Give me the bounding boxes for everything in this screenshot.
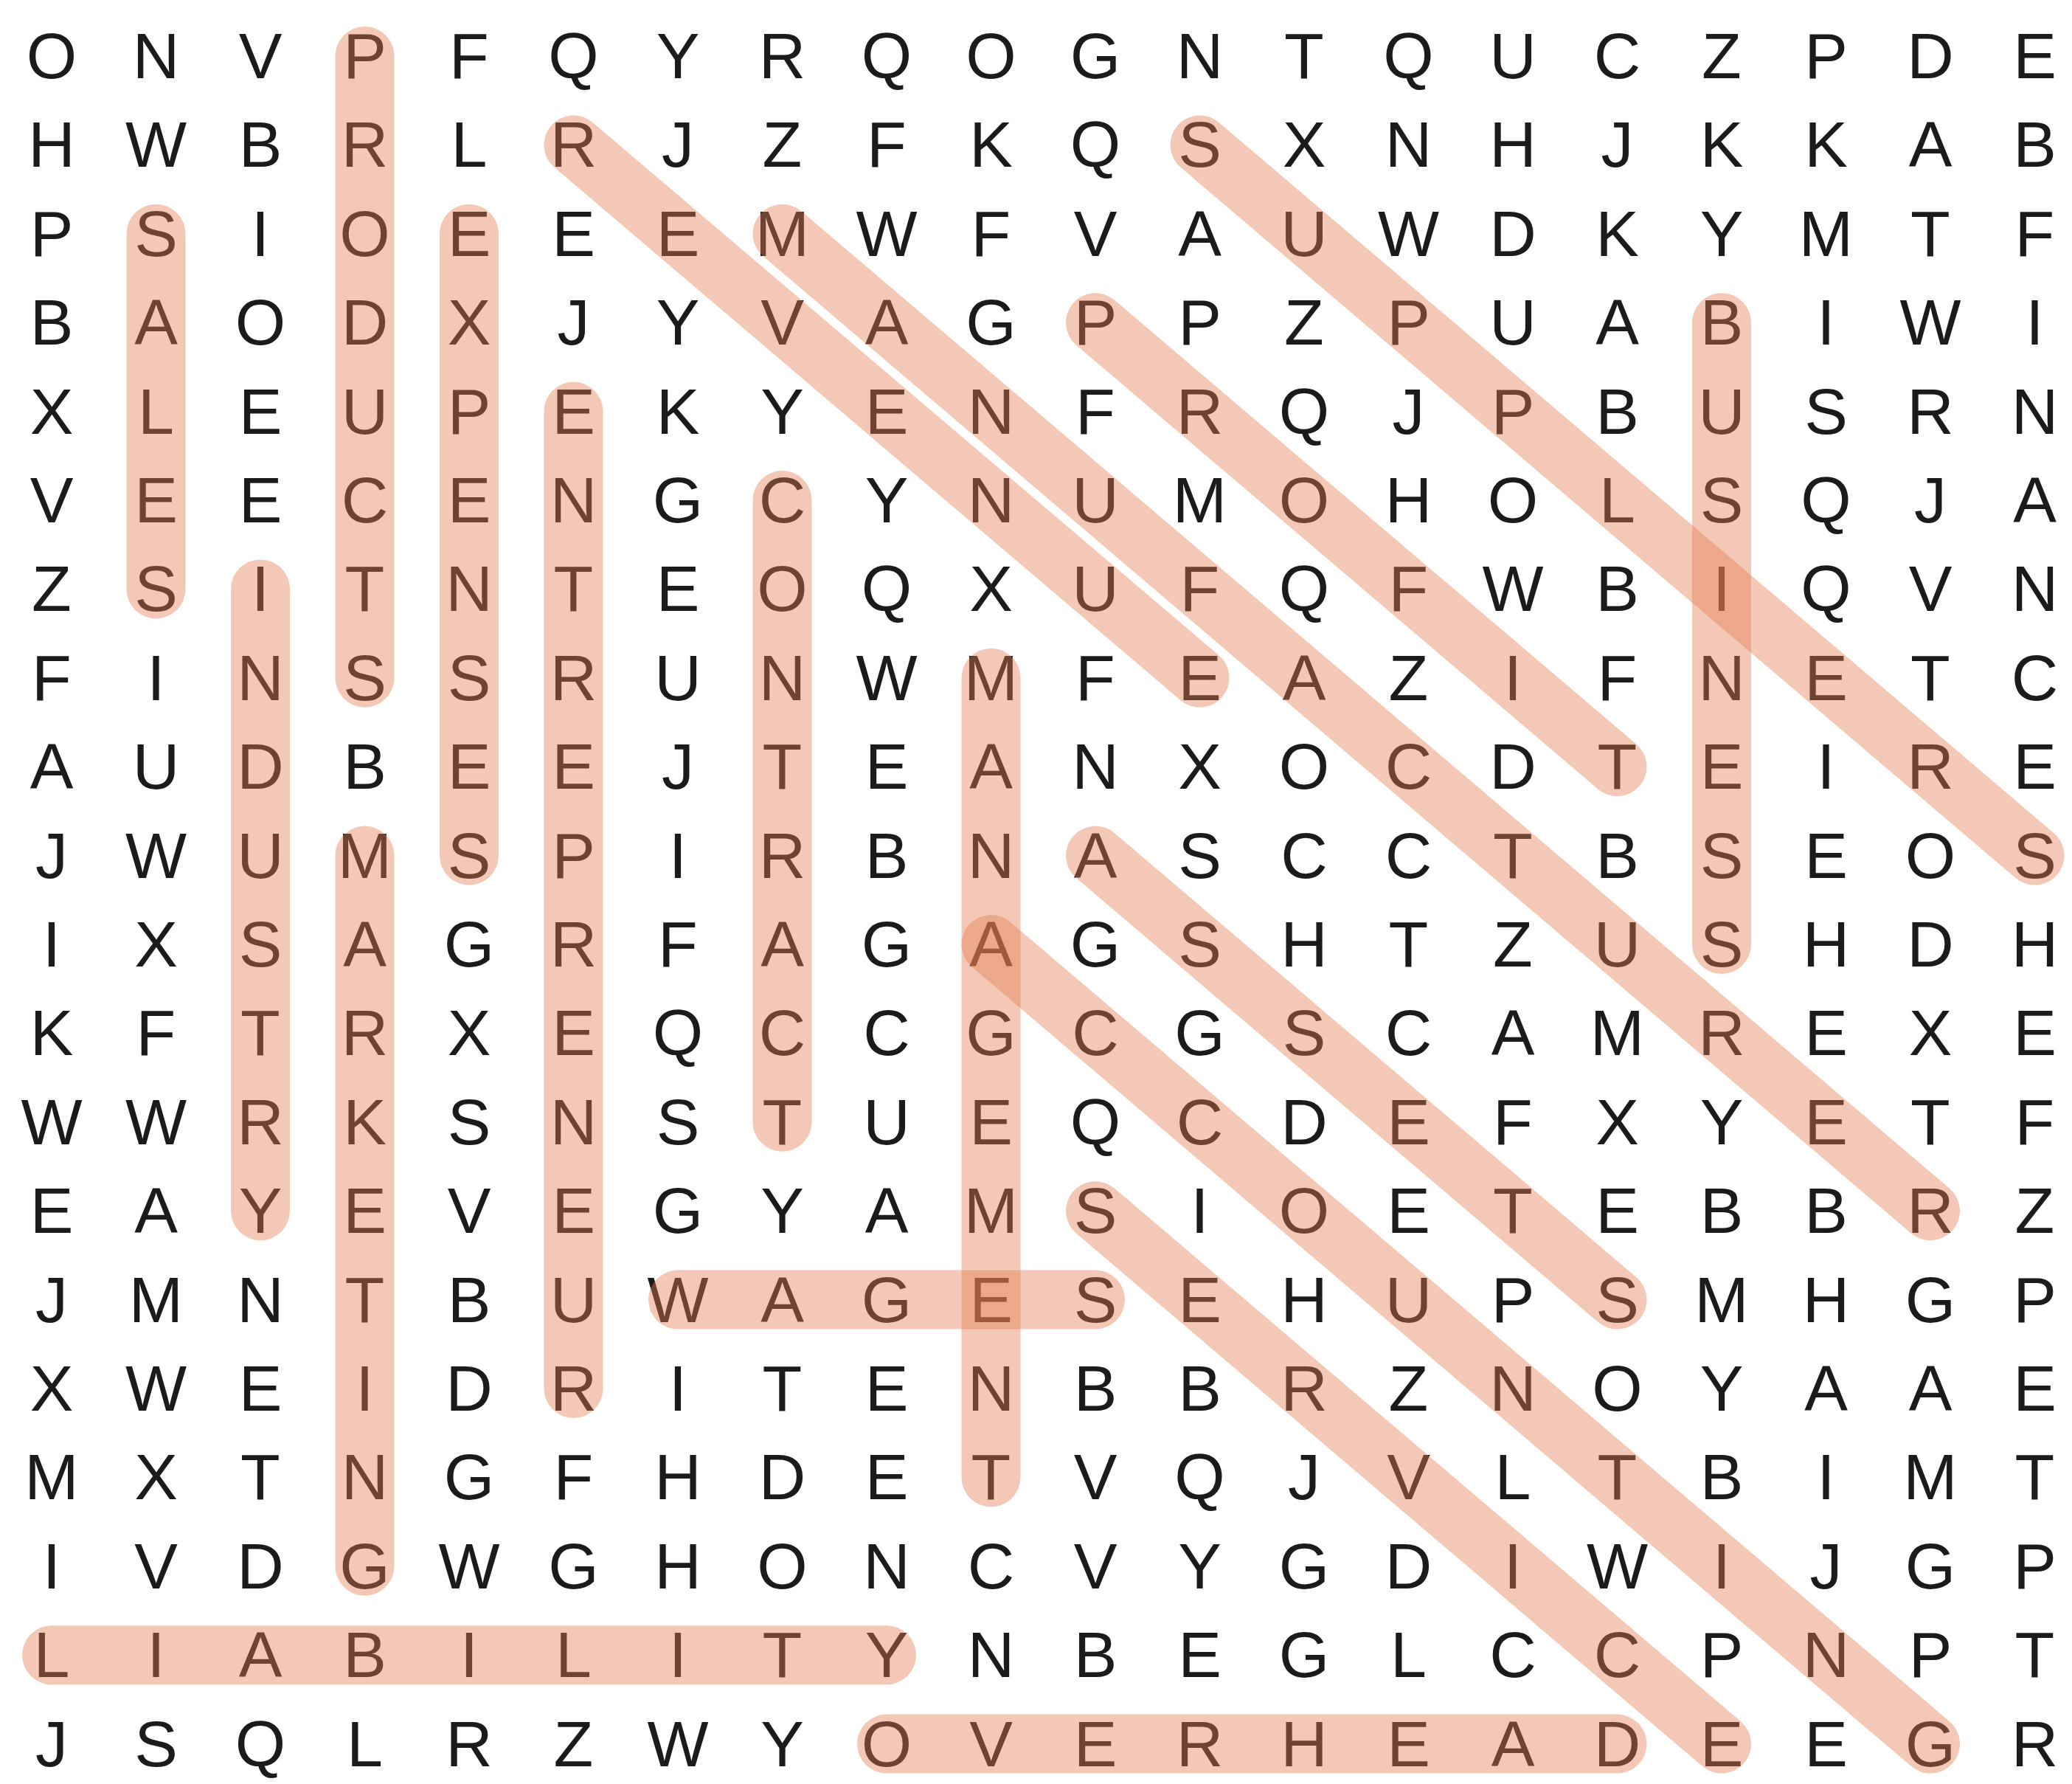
- grid-cell[interactable]: O: [966, 24, 1016, 89]
- grid-cell[interactable]: S: [1700, 823, 1744, 888]
- grid-cell[interactable]: D: [1281, 1090, 1328, 1155]
- grid-cell[interactable]: C: [342, 468, 389, 533]
- grid-cell[interactable]: A: [1491, 1000, 1535, 1065]
- grid-cell[interactable]: W: [647, 1712, 708, 1777]
- grid-cell[interactable]: F: [136, 1000, 176, 1065]
- grid-cell[interactable]: O: [1279, 734, 1329, 799]
- grid-cell[interactable]: R: [550, 112, 597, 177]
- grid-cell[interactable]: I: [669, 1622, 687, 1687]
- grid-cell[interactable]: S: [134, 556, 178, 621]
- grid-cell[interactable]: C: [1594, 1622, 1641, 1687]
- grid-cell[interactable]: S: [656, 1090, 700, 1155]
- grid-cell[interactable]: E: [969, 1090, 1013, 1155]
- grid-cell[interactable]: S: [448, 646, 491, 711]
- grid-cell[interactable]: M: [755, 201, 809, 266]
- grid-cell[interactable]: T: [1598, 734, 1638, 799]
- grid-cell[interactable]: E: [969, 1268, 1013, 1332]
- grid-cell[interactable]: F: [658, 912, 698, 977]
- grid-cell[interactable]: V: [1387, 1445, 1430, 1510]
- grid-cell[interactable]: W: [21, 1090, 82, 1155]
- grid-cell[interactable]: Y: [656, 24, 700, 89]
- grid-cell[interactable]: E: [1178, 1268, 1222, 1332]
- grid-cell[interactable]: P: [1074, 290, 1118, 355]
- grid-cell[interactable]: U: [1385, 1268, 1432, 1332]
- grid-cell[interactable]: B: [1595, 556, 1639, 621]
- grid-cell[interactable]: F: [554, 1445, 594, 1510]
- grid-cell[interactable]: P: [30, 201, 74, 266]
- grid-cell[interactable]: I: [1191, 1178, 1208, 1243]
- grid-cell[interactable]: C: [1281, 823, 1328, 888]
- grid-cell[interactable]: R: [446, 1712, 493, 1777]
- grid-cell[interactable]: R: [1907, 379, 1954, 444]
- grid-cell[interactable]: J: [35, 823, 68, 888]
- grid-cell[interactable]: C: [1072, 1000, 1119, 1065]
- grid-cell[interactable]: R: [1907, 1178, 1954, 1243]
- grid-cell[interactable]: T: [1910, 1090, 1950, 1155]
- grid-cell[interactable]: Z: [554, 1712, 594, 1777]
- grid-cell[interactable]: P: [448, 379, 491, 444]
- grid-cell[interactable]: I: [356, 1356, 373, 1421]
- grid-cell[interactable]: I: [252, 201, 269, 266]
- grid-cell[interactable]: A: [1283, 646, 1326, 711]
- grid-cell[interactable]: U: [1281, 201, 1328, 266]
- grid-cell[interactable]: E: [1804, 1090, 1848, 1155]
- grid-cell[interactable]: P: [2013, 1268, 2057, 1332]
- grid-cell[interactable]: W: [125, 1356, 187, 1421]
- grid-cell[interactable]: O: [1279, 468, 1329, 533]
- grid-cell[interactable]: S: [2013, 823, 2057, 888]
- grid-cell[interactable]: B: [1700, 290, 1744, 355]
- grid-cell[interactable]: T: [554, 556, 594, 621]
- grid-cell[interactable]: V: [1909, 556, 1953, 621]
- grid-cell[interactable]: Q: [1174, 1445, 1224, 1510]
- grid-cell[interactable]: N: [863, 1534, 910, 1599]
- grid-cell[interactable]: N: [968, 1356, 1015, 1421]
- grid-cell[interactable]: L: [1390, 1622, 1427, 1687]
- grid-cell[interactable]: N: [2012, 379, 2059, 444]
- grid-cell[interactable]: O: [235, 290, 285, 355]
- grid-cell[interactable]: G: [444, 912, 494, 977]
- grid-cell[interactable]: A: [239, 1622, 283, 1687]
- grid-cell[interactable]: Q: [1383, 24, 1433, 89]
- grid-cell[interactable]: A: [865, 290, 909, 355]
- grid-cell[interactable]: N: [968, 379, 1015, 444]
- grid-cell[interactable]: F: [867, 112, 907, 177]
- grid-cell[interactable]: E: [865, 1356, 909, 1421]
- grid-cell[interactable]: C: [759, 1000, 806, 1065]
- grid-cell[interactable]: G: [1174, 1000, 1224, 1065]
- grid-cell[interactable]: I: [669, 823, 687, 888]
- grid-cell[interactable]: B: [1700, 1178, 1744, 1243]
- grid-cell[interactable]: O: [27, 24, 77, 89]
- grid-cell[interactable]: E: [239, 468, 283, 533]
- grid-cell[interactable]: N: [1177, 24, 1224, 89]
- grid-cell[interactable]: D: [1385, 1534, 1432, 1599]
- grid-cell[interactable]: E: [1804, 1712, 1848, 1777]
- grid-cell[interactable]: E: [865, 379, 909, 444]
- grid-cell[interactable]: T: [1910, 646, 1950, 711]
- grid-cell[interactable]: N: [1489, 1356, 1536, 1421]
- grid-cell[interactable]: C: [863, 1000, 910, 1065]
- grid-cell[interactable]: F: [2015, 1090, 2055, 1155]
- grid-cell[interactable]: T: [2015, 1445, 2055, 1510]
- grid-cell[interactable]: T: [763, 734, 803, 799]
- grid-cell[interactable]: D: [237, 734, 284, 799]
- grid-cell[interactable]: O: [339, 201, 389, 266]
- grid-cell[interactable]: Q: [235, 1712, 285, 1777]
- grid-cell[interactable]: C: [1489, 1622, 1536, 1687]
- grid-cell[interactable]: E: [343, 1178, 387, 1243]
- grid-cell[interactable]: Z: [1702, 24, 1742, 89]
- grid-cell[interactable]: N: [342, 1445, 389, 1510]
- grid-cell[interactable]: D: [1907, 912, 1954, 977]
- grid-cell[interactable]: O: [1905, 823, 1955, 888]
- grid-cell[interactable]: K: [343, 1090, 387, 1155]
- grid-cell[interactable]: F: [2015, 201, 2055, 266]
- grid-cell[interactable]: F: [1598, 646, 1638, 711]
- grid-cell[interactable]: N: [1385, 112, 1432, 177]
- grid-cell[interactable]: E: [1387, 1712, 1430, 1777]
- grid-cell[interactable]: B: [1178, 1356, 1222, 1421]
- grid-cell[interactable]: I: [2026, 290, 2043, 355]
- grid-cell[interactable]: M: [1173, 468, 1227, 533]
- grid-cell[interactable]: I: [1713, 556, 1730, 621]
- grid-cell[interactable]: O: [862, 1712, 912, 1777]
- grid-cell[interactable]: H: [28, 112, 75, 177]
- grid-cell[interactable]: U: [1594, 912, 1641, 977]
- grid-cell[interactable]: N: [759, 646, 806, 711]
- grid-cell[interactable]: Q: [1279, 379, 1329, 444]
- grid-cell[interactable]: M: [1903, 1445, 1957, 1510]
- grid-cell[interactable]: J: [35, 1712, 68, 1777]
- grid-cell[interactable]: K: [1595, 201, 1639, 266]
- grid-cell[interactable]: A: [1909, 1356, 1953, 1421]
- grid-cell[interactable]: Y: [760, 1178, 804, 1243]
- grid-cell[interactable]: D: [1907, 24, 1954, 89]
- grid-cell[interactable]: O: [1592, 1356, 1642, 1421]
- grid-cell[interactable]: K: [30, 1000, 74, 1065]
- grid-cell[interactable]: J: [1914, 468, 1947, 533]
- grid-cell[interactable]: E: [1074, 1712, 1118, 1777]
- grid-cell[interactable]: A: [865, 1178, 909, 1243]
- grid-cell[interactable]: O: [1279, 1178, 1329, 1243]
- grid-cell[interactable]: L: [555, 1622, 592, 1687]
- grid-cell[interactable]: S: [239, 912, 283, 977]
- grid-cell[interactable]: B: [448, 1268, 491, 1332]
- grid-cell[interactable]: R: [1177, 379, 1224, 444]
- grid-cell[interactable]: E: [448, 468, 491, 533]
- grid-cell[interactable]: H: [1281, 1712, 1328, 1777]
- grid-cell[interactable]: A: [1595, 290, 1639, 355]
- grid-cell[interactable]: C: [1385, 1000, 1432, 1065]
- grid-cell[interactable]: E: [30, 1178, 74, 1243]
- grid-cell[interactable]: X: [1178, 734, 1222, 799]
- grid-cell[interactable]: A: [1909, 112, 1953, 177]
- grid-cell[interactable]: E: [2013, 734, 2057, 799]
- grid-cell[interactable]: H: [1803, 912, 1850, 977]
- grid-cell[interactable]: S: [1074, 1178, 1118, 1243]
- grid-cell[interactable]: G: [1905, 1268, 1955, 1332]
- grid-cell[interactable]: A: [1491, 1712, 1535, 1777]
- grid-cell[interactable]: P: [1491, 1268, 1535, 1332]
- grid-cell[interactable]: E: [552, 1178, 595, 1243]
- grid-cell[interactable]: Y: [760, 379, 804, 444]
- grid-cell[interactable]: B: [239, 112, 283, 177]
- grid-cell[interactable]: E: [1804, 646, 1848, 711]
- grid-cell[interactable]: F: [32, 646, 72, 711]
- grid-cell[interactable]: W: [125, 823, 187, 888]
- grid-cell[interactable]: T: [1493, 1178, 1533, 1243]
- grid-cell[interactable]: U: [1072, 468, 1119, 533]
- grid-cell[interactable]: B: [2013, 112, 2057, 177]
- grid-cell[interactable]: X: [969, 556, 1013, 621]
- grid-cell[interactable]: V: [1074, 1534, 1118, 1599]
- grid-cell[interactable]: B: [1074, 1622, 1118, 1687]
- grid-cell[interactable]: A: [2013, 468, 2057, 533]
- grid-cell[interactable]: Y: [865, 1622, 909, 1687]
- grid-cell[interactable]: J: [1601, 112, 1634, 177]
- grid-cell[interactable]: W: [125, 112, 187, 177]
- grid-cell[interactable]: K: [1700, 112, 1744, 177]
- grid-cell[interactable]: M: [338, 823, 392, 888]
- grid-cell[interactable]: K: [969, 112, 1013, 177]
- grid-cell[interactable]: S: [1074, 1268, 1118, 1332]
- grid-cell[interactable]: N: [550, 468, 597, 533]
- grid-cell[interactable]: E: [134, 468, 178, 533]
- grid-cell[interactable]: G: [1279, 1622, 1329, 1687]
- grid-cell[interactable]: I: [1504, 646, 1522, 711]
- grid-cell[interactable]: A: [760, 912, 804, 977]
- grid-cell[interactable]: I: [1817, 290, 1834, 355]
- grid-cell[interactable]: V: [30, 468, 74, 533]
- grid-cell[interactable]: Y: [865, 468, 909, 533]
- grid-cell[interactable]: J: [558, 290, 590, 355]
- grid-cell[interactable]: U: [237, 823, 284, 888]
- grid-cell[interactable]: U: [863, 1090, 910, 1155]
- grid-cell[interactable]: T: [763, 1356, 803, 1421]
- grid-cell[interactable]: N: [550, 1090, 597, 1155]
- grid-cell[interactable]: U: [1072, 556, 1119, 621]
- grid-cell[interactable]: S: [1804, 379, 1848, 444]
- grid-cell[interactable]: R: [342, 112, 389, 177]
- grid-cell[interactable]: Z: [1284, 290, 1324, 355]
- grid-cell[interactable]: B: [1595, 823, 1639, 888]
- grid-cell[interactable]: Q: [1070, 112, 1120, 177]
- grid-cell[interactable]: R: [550, 646, 597, 711]
- grid-cell[interactable]: O: [757, 556, 807, 621]
- grid-cell[interactable]: V: [1074, 1445, 1118, 1510]
- grid-cell[interactable]: P: [1804, 24, 1848, 89]
- grid-cell[interactable]: B: [1074, 1356, 1118, 1421]
- grid-cell[interactable]: A: [1178, 201, 1222, 266]
- grid-cell[interactable]: T: [240, 1445, 280, 1510]
- grid-cell[interactable]: B: [1804, 1178, 1848, 1243]
- grid-cell[interactable]: T: [763, 1090, 803, 1155]
- grid-cell[interactable]: X: [134, 912, 178, 977]
- grid-cell[interactable]: C: [1177, 1090, 1224, 1155]
- grid-cell[interactable]: A: [134, 1178, 178, 1243]
- grid-cell[interactable]: P: [343, 24, 387, 89]
- grid-cell[interactable]: A: [134, 290, 178, 355]
- grid-cell[interactable]: S: [448, 823, 491, 888]
- grid-cell[interactable]: F: [1075, 646, 1115, 711]
- grid-cell[interactable]: T: [1389, 912, 1429, 977]
- grid-cell[interactable]: R: [759, 24, 806, 89]
- grid-cell[interactable]: N: [1803, 1622, 1850, 1687]
- grid-cell[interactable]: X: [30, 1356, 74, 1421]
- grid-cell[interactable]: Q: [1801, 468, 1851, 533]
- grid-cell[interactable]: I: [252, 556, 269, 621]
- grid-cell[interactable]: Z: [763, 112, 803, 177]
- grid-cell[interactable]: C: [759, 468, 806, 533]
- grid-cell[interactable]: F: [971, 201, 1011, 266]
- grid-cell[interactable]: S: [343, 646, 387, 711]
- grid-cell[interactable]: J: [1393, 379, 1425, 444]
- grid-cell[interactable]: R: [550, 1356, 597, 1421]
- grid-cell[interactable]: X: [30, 379, 74, 444]
- grid-cell[interactable]: Y: [1700, 201, 1744, 266]
- grid-cell[interactable]: H: [1385, 468, 1432, 533]
- grid-cell[interactable]: E: [1804, 823, 1848, 888]
- grid-cell[interactable]: J: [1288, 1445, 1320, 1510]
- grid-cell[interactable]: N: [2012, 556, 2059, 621]
- grid-cell[interactable]: E: [552, 201, 595, 266]
- grid-cell[interactable]: X: [1595, 1090, 1639, 1155]
- grid-cell[interactable]: V: [239, 24, 283, 89]
- grid-cell[interactable]: E: [1178, 1622, 1222, 1687]
- grid-cell[interactable]: P: [1387, 290, 1430, 355]
- grid-cell[interactable]: L: [1599, 468, 1635, 533]
- grid-cell[interactable]: R: [1281, 1356, 1328, 1421]
- grid-cell[interactable]: L: [138, 379, 174, 444]
- grid-cell[interactable]: H: [2012, 912, 2059, 977]
- grid-cell[interactable]: G: [966, 290, 1016, 355]
- grid-cell[interactable]: P: [1491, 379, 1535, 444]
- grid-cell[interactable]: T: [1910, 201, 1950, 266]
- grid-cell[interactable]: T: [2015, 1622, 2055, 1687]
- grid-cell[interactable]: J: [35, 1268, 68, 1332]
- grid-cell[interactable]: C: [968, 1534, 1015, 1599]
- grid-cell[interactable]: C: [1385, 823, 1432, 888]
- grid-cell[interactable]: L: [34, 1622, 70, 1687]
- grid-cell[interactable]: N: [1072, 734, 1119, 799]
- grid-cell[interactable]: N: [446, 556, 493, 621]
- grid-cell[interactable]: H: [1489, 112, 1536, 177]
- grid-cell[interactable]: E: [1178, 646, 1222, 711]
- grid-cell[interactable]: G: [1070, 912, 1120, 977]
- grid-cell[interactable]: U: [550, 1268, 597, 1332]
- grid-cell[interactable]: W: [1378, 201, 1439, 266]
- grid-cell[interactable]: G: [1279, 1534, 1329, 1599]
- grid-cell[interactable]: W: [1482, 556, 1543, 621]
- grid-cell[interactable]: J: [1810, 1534, 1843, 1599]
- grid-cell[interactable]: L: [451, 112, 488, 177]
- grid-cell[interactable]: S: [1700, 912, 1744, 977]
- grid-cell[interactable]: P: [1700, 1622, 1744, 1687]
- grid-cell[interactable]: E: [1700, 734, 1744, 799]
- grid-cell[interactable]: E: [1700, 1712, 1744, 1777]
- grid-cell[interactable]: A: [30, 734, 74, 799]
- grid-cell[interactable]: D: [237, 1534, 284, 1599]
- grid-cell[interactable]: G: [548, 1534, 598, 1599]
- grid-cell[interactable]: I: [147, 1622, 164, 1687]
- grid-cell[interactable]: P: [1909, 1622, 1953, 1687]
- grid-cell[interactable]: R: [1698, 1000, 1745, 1065]
- grid-cell[interactable]: E: [239, 1356, 283, 1421]
- grid-cell[interactable]: T: [1284, 24, 1324, 89]
- grid-cell[interactable]: W: [438, 1534, 499, 1599]
- grid-cell[interactable]: P: [1178, 290, 1222, 355]
- grid-cell[interactable]: S: [1178, 912, 1222, 977]
- grid-cell[interactable]: R: [550, 912, 597, 977]
- grid-cell[interactable]: T: [763, 1622, 803, 1687]
- grid-cell[interactable]: I: [147, 646, 164, 711]
- grid-cell[interactable]: G: [1905, 1534, 1955, 1599]
- grid-cell[interactable]: I: [460, 1622, 478, 1687]
- grid-cell[interactable]: H: [1281, 912, 1328, 977]
- grid-cell[interactable]: F: [449, 24, 489, 89]
- grid-cell[interactable]: X: [1909, 1000, 1953, 1065]
- grid-cell[interactable]: R: [759, 823, 806, 888]
- grid-cell[interactable]: N: [968, 1622, 1015, 1687]
- grid-cell[interactable]: A: [969, 912, 1013, 977]
- grid-cell[interactable]: Y: [656, 290, 700, 355]
- grid-cell[interactable]: B: [865, 823, 909, 888]
- grid-cell[interactable]: Z: [1493, 912, 1533, 977]
- grid-cell[interactable]: F: [1389, 556, 1429, 621]
- grid-cell[interactable]: A: [343, 912, 387, 977]
- grid-cell[interactable]: O: [757, 1534, 807, 1599]
- grid-cell[interactable]: L: [1495, 1445, 1531, 1510]
- grid-cell[interactable]: I: [1504, 1534, 1522, 1599]
- grid-cell[interactable]: X: [1283, 112, 1326, 177]
- grid-cell[interactable]: Z: [2015, 1178, 2055, 1243]
- grid-cell[interactable]: E: [1595, 1178, 1639, 1243]
- grid-cell[interactable]: S: [1700, 468, 1744, 533]
- grid-cell[interactable]: R: [1177, 1712, 1224, 1777]
- grid-cell[interactable]: U: [654, 646, 701, 711]
- grid-cell[interactable]: Z: [1389, 646, 1429, 711]
- grid-cell[interactable]: M: [1694, 1268, 1748, 1332]
- grid-cell[interactable]: Y: [760, 1712, 804, 1777]
- grid-cell[interactable]: Q: [1801, 556, 1851, 621]
- grid-cell[interactable]: F: [1180, 556, 1220, 621]
- grid-cell[interactable]: T: [345, 1268, 385, 1332]
- grid-cell[interactable]: W: [1899, 290, 1961, 355]
- grid-cell[interactable]: S: [134, 1712, 178, 1777]
- grid-cell[interactable]: U: [1489, 290, 1536, 355]
- grid-cell[interactable]: A: [1804, 1356, 1848, 1421]
- grid-cell[interactable]: P: [2013, 1534, 2057, 1599]
- grid-cell[interactable]: G: [862, 912, 912, 977]
- grid-cell[interactable]: S: [1283, 1000, 1326, 1065]
- grid-cell[interactable]: Y: [239, 1178, 283, 1243]
- grid-cell[interactable]: Q: [1070, 1090, 1120, 1155]
- grid-cell[interactable]: Q: [862, 556, 912, 621]
- grid-cell[interactable]: E: [448, 201, 491, 266]
- grid-cell[interactable]: Q: [862, 24, 912, 89]
- grid-cell[interactable]: R: [237, 1090, 284, 1155]
- grid-cell[interactable]: G: [444, 1445, 494, 1510]
- grid-cell[interactable]: D: [1489, 734, 1536, 799]
- grid-cell[interactable]: S: [1178, 112, 1222, 177]
- grid-cell[interactable]: P: [552, 823, 595, 888]
- grid-cell[interactable]: Y: [1700, 1356, 1744, 1421]
- grid-cell[interactable]: D: [342, 290, 389, 355]
- grid-cell[interactable]: O: [1488, 468, 1538, 533]
- grid-cell[interactable]: D: [759, 1445, 806, 1510]
- grid-cell[interactable]: X: [134, 1445, 178, 1510]
